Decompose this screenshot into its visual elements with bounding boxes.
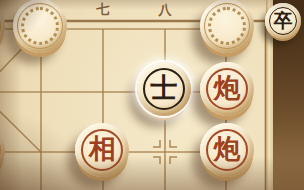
piece-glyph: 相 bbox=[75, 121, 129, 175]
piece-glyph: 卒 bbox=[265, 2, 301, 38]
red-elephant-piece[interactable]: 相 bbox=[75, 123, 129, 177]
file-label-8: 八 bbox=[155, 1, 175, 19]
face-down-piece[interactable] bbox=[0, 123, 5, 177]
piece-glyph bbox=[0, 121, 5, 175]
piece-glyph bbox=[200, 0, 254, 51]
face-down-piece[interactable] bbox=[200, 0, 254, 53]
face-down-piece[interactable] bbox=[13, 0, 67, 53]
face-down-piece[interactable] bbox=[0, 0, 5, 53]
xiangqi-board-screenshot: 七 八 士炮相炮卒 bbox=[0, 0, 304, 190]
piece-glyph: 炮 bbox=[200, 60, 254, 114]
file-label-7: 七 bbox=[93, 1, 113, 19]
red-cannon-piece[interactable]: 炮 bbox=[200, 62, 254, 116]
piece-glyph: 士 bbox=[137, 60, 191, 114]
black-advisor-piece[interactable]: 士 bbox=[137, 62, 191, 116]
piece-glyph bbox=[0, 0, 5, 51]
captured-black-soldier: 卒 bbox=[265, 3, 301, 39]
red-cannon-piece[interactable]: 炮 bbox=[200, 123, 254, 177]
piece-glyph bbox=[13, 0, 67, 51]
piece-glyph: 炮 bbox=[200, 121, 254, 175]
